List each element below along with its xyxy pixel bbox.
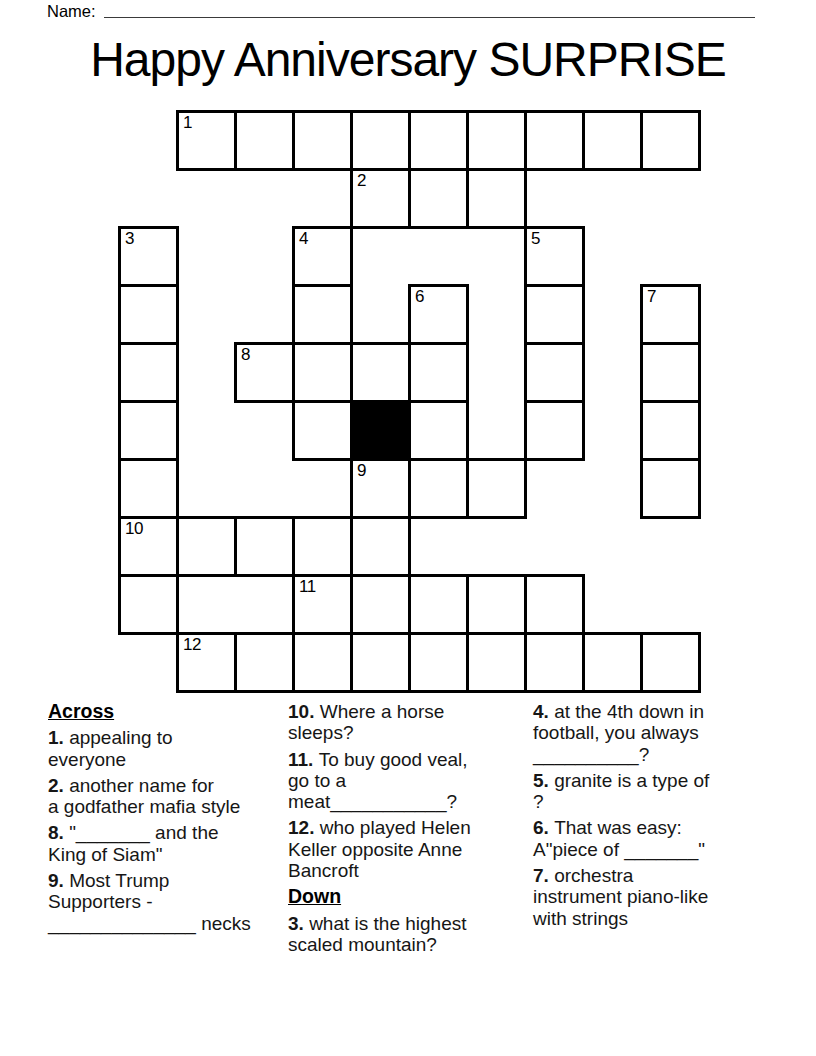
grid-cell[interactable]	[292, 400, 353, 461]
grid-cell[interactable]	[524, 342, 585, 403]
clue: 4. at the 4th down in football, you alwa…	[533, 701, 773, 765]
grid-cell[interactable]	[524, 284, 585, 345]
crossword-grid: 123456789101112	[118, 110, 701, 693]
clue-number-label: 11.	[288, 749, 319, 770]
grid-cell[interactable]	[176, 516, 237, 577]
grid-cell[interactable]	[582, 110, 643, 171]
clue-number: 7	[647, 287, 656, 307]
clue: 10. Where a horse sleeps?	[288, 701, 531, 744]
grid-cell[interactable]	[408, 574, 469, 635]
grid-cell[interactable]	[234, 110, 295, 171]
grid-cell[interactable]	[408, 632, 469, 693]
crossword-worksheet: Name: Happy Anniversary SURPRISE 1234567…	[0, 0, 816, 1056]
black-cell	[350, 400, 411, 461]
puzzle-title: Happy Anniversary SURPRISE	[0, 31, 816, 89]
grid-cell[interactable]: 6	[408, 284, 469, 345]
grid-cell[interactable]: 8	[234, 342, 295, 403]
clue-number-label: 3.	[288, 913, 309, 934]
clue-number: 11	[299, 577, 316, 597]
clue-number: 12	[183, 635, 201, 655]
clue: 6. That was easy: A"piece of _______"	[533, 817, 773, 860]
clue-number: 1	[183, 113, 192, 133]
grid-cell[interactable]	[408, 458, 469, 519]
clue-number-label: 12.	[288, 817, 320, 838]
clue-number-label: 6.	[533, 817, 554, 838]
clue: 11. To buy good veal, go to a meat______…	[288, 749, 531, 813]
clue: 7. orchestra instrument piano-like with …	[533, 865, 773, 929]
grid-cell[interactable]	[118, 400, 179, 461]
clue-number-label: 1.	[48, 727, 69, 748]
clues-column-2: 10. Where a horse sleeps?11. To buy good…	[288, 701, 531, 960]
clue-number-label: 5.	[533, 770, 554, 791]
grid-cell[interactable]: 10	[118, 516, 179, 577]
clue-number: 6	[415, 287, 424, 307]
grid-cell[interactable]	[640, 632, 701, 693]
grid-cell[interactable]	[350, 574, 411, 635]
grid-cell[interactable]	[408, 400, 469, 461]
clue-number: 2	[357, 171, 366, 191]
clue: 8. "_______ and the King of Siam"	[48, 822, 294, 865]
grid-cell[interactable]	[292, 516, 353, 577]
grid-cell[interactable]	[234, 516, 295, 577]
grid-cell[interactable]	[118, 458, 179, 519]
grid-cell[interactable]	[292, 284, 353, 345]
grid-cell[interactable]	[408, 342, 469, 403]
grid-cell[interactable]	[466, 168, 527, 229]
grid-cell[interactable]: 2	[350, 168, 411, 229]
grid-cell[interactable]	[640, 400, 701, 461]
clue: 3. what is the highest scaled mountain?	[288, 913, 531, 956]
grid-cell[interactable]	[118, 284, 179, 345]
clue: 1. appealing to everyone	[48, 727, 294, 770]
clue: 5. granite is a type of ?	[533, 770, 773, 813]
name-blank-line[interactable]	[104, 4, 755, 18]
grid-cell[interactable]	[466, 574, 527, 635]
clue: 9. Most Trump Supporters - _____________…	[48, 870, 294, 934]
grid-cell[interactable]: 5	[524, 226, 585, 287]
grid-cell[interactable]	[524, 400, 585, 461]
clue-number: 5	[531, 229, 540, 249]
grid-cell[interactable]	[350, 516, 411, 577]
grid-cell[interactable]	[640, 458, 701, 519]
grid-cell[interactable]: 3	[118, 226, 179, 287]
grid-cell[interactable]	[524, 110, 585, 171]
clue-section-header: Across	[48, 701, 294, 722]
clue-number: 3	[125, 229, 134, 249]
grid-cell[interactable]	[350, 632, 411, 693]
grid-cell[interactable]	[640, 110, 701, 171]
grid-cell[interactable]: 4	[292, 226, 353, 287]
grid-cell[interactable]: 9	[350, 458, 411, 519]
clue-number-label: 7.	[533, 865, 554, 886]
clue-number-label: 9.	[48, 870, 69, 891]
grid-cell[interactable]	[524, 574, 585, 635]
grid-cell[interactable]	[350, 342, 411, 403]
clue-number-label: 4.	[533, 701, 554, 722]
clues-column-1: Across1. appealing to everyone2. another…	[48, 701, 294, 939]
grid-cell[interactable]	[466, 632, 527, 693]
grid-cell[interactable]: 1	[176, 110, 237, 171]
grid-cell[interactable]	[292, 342, 353, 403]
grid-cell[interactable]	[350, 110, 411, 171]
grid-cell[interactable]	[234, 632, 295, 693]
clue-number-label: 2.	[48, 775, 69, 796]
grid-cell[interactable]: 7	[640, 284, 701, 345]
clue-number: 4	[299, 229, 308, 249]
grid-cell[interactable]: 12	[176, 632, 237, 693]
grid-cell[interactable]: 11	[292, 574, 353, 635]
grid-cell[interactable]	[466, 458, 527, 519]
grid-cell[interactable]	[292, 110, 353, 171]
grid-cell[interactable]	[466, 110, 527, 171]
clue-number: 8	[241, 345, 250, 365]
clue: 12. who played Helen Keller opposite Ann…	[288, 817, 531, 881]
clue-number-label: 8.	[48, 822, 69, 843]
name-label: Name:	[47, 2, 96, 21]
clues-column-3: 4. at the 4th down in football, you alwa…	[533, 701, 773, 934]
grid-cell[interactable]	[408, 168, 469, 229]
grid-cell[interactable]	[292, 632, 353, 693]
grid-cell[interactable]	[582, 632, 643, 693]
grid-cell[interactable]	[118, 574, 179, 635]
clue: 2. another name for a godfather mafia st…	[48, 775, 294, 818]
clue-number-label: 10.	[288, 701, 320, 722]
grid-cell[interactable]	[524, 632, 585, 693]
grid-cell[interactable]	[118, 342, 179, 403]
grid-cell[interactable]	[408, 110, 469, 171]
clue-number: 10	[125, 519, 143, 539]
grid-cell[interactable]	[640, 342, 701, 403]
clue-number: 9	[357, 461, 366, 481]
clue-section-header: Down	[288, 886, 531, 907]
